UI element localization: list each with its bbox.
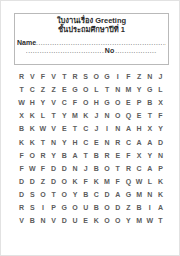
no-dotted-line-left: ........................................… — [26, 47, 104, 54]
grid-cell: D — [16, 188, 27, 201]
no-label: No — [104, 47, 115, 54]
grid-cell: F — [80, 175, 91, 188]
grid-cell: N — [144, 70, 155, 83]
grid-cell: O — [38, 188, 49, 201]
grid-cell: Q — [123, 109, 134, 122]
grid-cell: O — [59, 175, 70, 188]
grid-cell: M — [134, 214, 145, 227]
grid-cell: D — [27, 175, 38, 188]
grid-cell: Z — [134, 70, 145, 83]
grid-cell: F — [123, 70, 134, 83]
grid-cell: V — [48, 70, 59, 83]
grid-cell: F — [16, 162, 27, 175]
grid-cell: R — [102, 149, 113, 162]
grid-cell: F — [38, 70, 49, 83]
number-line: ........................................… — [17, 47, 166, 54]
grid-cell: N — [48, 135, 59, 148]
grid-cell: V — [48, 214, 59, 227]
grid-cell: W — [16, 96, 27, 109]
grid-cell: X — [155, 96, 166, 109]
grid-cell: O — [102, 201, 113, 214]
grid-cell: C — [59, 96, 70, 109]
grid-cell: F — [16, 149, 27, 162]
grid-cell: W — [27, 162, 38, 175]
grid-cell: O — [112, 214, 123, 227]
grid-cell: J — [91, 109, 102, 122]
grid-cell: N — [102, 135, 113, 148]
grid-cell: G — [102, 70, 113, 83]
grid-cell: Y — [155, 122, 166, 135]
grid-cell: T — [102, 83, 113, 96]
grid-cell: Q — [123, 175, 134, 188]
grid-cell: J — [80, 162, 91, 175]
grid-cell: O — [102, 214, 113, 227]
grid-cell: X — [16, 109, 27, 122]
grid-cell: C — [134, 162, 145, 175]
grid-cell: K — [91, 175, 102, 188]
grid-cell: U — [70, 214, 81, 227]
grid-cell: P — [48, 201, 59, 214]
grid-cell: O — [112, 109, 123, 122]
grid-cell: T — [80, 149, 91, 162]
grid-cell: R — [16, 201, 27, 214]
grid-cell: H — [70, 135, 81, 148]
grid-cell: A — [112, 188, 123, 201]
name-line: Name ...................................… — [17, 39, 166, 46]
grid-cell: D — [102, 188, 113, 201]
grid-cell: K — [27, 109, 38, 122]
grid-cell: O — [80, 83, 91, 96]
header-box: ใบงานเรื่อง Greeting ชั้นประถมศึกษาปีที่… — [14, 13, 169, 65]
grid-cell: L — [38, 109, 49, 122]
grid-cell: K — [27, 135, 38, 148]
grid-cell: H — [134, 122, 145, 135]
grid-cell: S — [27, 201, 38, 214]
grid-cell: E — [59, 122, 70, 135]
grid-cell: Y — [70, 188, 81, 201]
grid-cell: W — [144, 214, 155, 227]
grid-cell: V — [48, 122, 59, 135]
grid-cell: I — [144, 201, 155, 214]
grid-cell: C — [80, 135, 91, 148]
grid-cell: E — [112, 149, 123, 162]
grid-cell: T — [38, 135, 49, 148]
grid-cell: T — [16, 83, 27, 96]
grid-cell: B — [91, 149, 102, 162]
grid-cell: B — [59, 149, 70, 162]
grid-cell: G — [102, 96, 113, 109]
grid-cell: K — [27, 122, 38, 135]
grid-cell: N — [112, 83, 123, 96]
grid-cell: N — [102, 109, 113, 122]
grid-cell: B — [27, 214, 38, 227]
grid-cell: N — [112, 122, 123, 135]
grid-cell: N — [144, 188, 155, 201]
grid-cell: H — [27, 96, 38, 109]
grid-cell: E — [80, 214, 91, 227]
grid-cell: C — [91, 188, 102, 201]
grid-cell: S — [80, 70, 91, 83]
grid-cell: B — [91, 162, 102, 175]
grid-cell: Y — [59, 109, 70, 122]
worksheet-title-line2: ชั้นประถมศึกษาปีที่ 1 — [15, 25, 168, 34]
grid-cell: A — [144, 135, 155, 148]
grid-cell: P — [134, 96, 145, 109]
grid-cell: G — [70, 83, 81, 96]
grid-cell: V — [27, 70, 38, 83]
grid-cell: O — [27, 149, 38, 162]
grid-cell: E — [123, 96, 134, 109]
grid-cell: W — [134, 175, 145, 188]
grid-cell: D — [112, 201, 123, 214]
grid-cell: R — [112, 135, 123, 148]
grid-cell: Y — [59, 135, 70, 148]
grid-cell: T — [59, 70, 70, 83]
grid-cell: B — [91, 201, 102, 214]
worksheet-page: ใบงานเรื่อง Greeting ชั้นประถมศึกษาปีที่… — [0, 0, 180, 256]
grid-cell: O — [102, 162, 113, 175]
grid-cell: L — [91, 83, 102, 96]
grid-cell: Z — [123, 201, 134, 214]
grid-cell: R — [38, 149, 49, 162]
grid-cell: D — [59, 162, 70, 175]
grid-cell: O — [70, 201, 81, 214]
grid-cell: T — [112, 162, 123, 175]
grid-cell: O — [59, 188, 70, 201]
grid-cell: X — [134, 149, 145, 162]
grid-cell: E — [59, 83, 70, 96]
grid-cell: F — [155, 109, 166, 122]
grid-cell: E — [134, 109, 145, 122]
grid-cell: Y — [123, 214, 134, 227]
grid-cell: O — [91, 70, 102, 83]
name-label: Name — [17, 39, 36, 46]
grid-cell: K — [80, 109, 91, 122]
grid-cell: A — [155, 201, 166, 214]
grid-cell: D — [155, 135, 166, 148]
grid-cell: B — [144, 96, 155, 109]
grid-cell: D — [48, 175, 59, 188]
grid-cell: L — [144, 175, 155, 188]
grid-cell: H — [91, 96, 102, 109]
name-dotted-line: ........................................… — [36, 39, 166, 46]
grid-cell: G — [123, 188, 134, 201]
grid-cell: I — [112, 70, 123, 83]
grid-cell: V — [16, 214, 27, 227]
grid-cell: G — [59, 201, 70, 214]
grid-cell: M — [102, 175, 113, 188]
grid-cell: A — [70, 149, 81, 162]
grid-cell: P — [155, 162, 166, 175]
grid-cell: O — [112, 96, 123, 109]
grid-cell: W — [38, 122, 49, 135]
grid-cell: Z — [48, 83, 59, 96]
grid-cell: J — [91, 122, 102, 135]
grid-cell: R — [70, 70, 81, 83]
grid-cell: O — [80, 96, 91, 109]
grid-cell: L — [155, 83, 166, 96]
grid-cell: Y — [38, 96, 49, 109]
grid-cell: I — [102, 122, 113, 135]
grid-cell: R — [16, 70, 27, 83]
worksheet-title-line1: ใบงานเรื่อง Greeting — [15, 16, 168, 25]
grid-cell: F — [38, 162, 49, 175]
grid-cell: S — [27, 188, 38, 201]
grid-cell: D — [48, 162, 59, 175]
grid-cell: D — [59, 214, 70, 227]
grid-cell: B — [80, 188, 91, 201]
grid-cell: V — [48, 96, 59, 109]
grid-cell: J — [155, 70, 166, 83]
grid-cell: C — [80, 122, 91, 135]
no-dotted-line-right: ............................ — [115, 47, 157, 54]
grid-cell: M — [134, 188, 145, 201]
grid-cell: Z — [38, 175, 49, 188]
grid-cell: M — [70, 109, 81, 122]
grid-cell: N — [70, 162, 81, 175]
grid-cell: R — [123, 162, 134, 175]
grid-cell: F — [112, 175, 123, 188]
grid-cell: K — [16, 135, 27, 148]
grid-cell: N — [155, 149, 166, 162]
grid-cell: A — [123, 122, 134, 135]
grid-cell: Y — [134, 83, 145, 96]
grid-cell: A — [144, 162, 155, 175]
grid-cell: B — [16, 122, 27, 135]
grid-cell: N — [38, 214, 49, 227]
grid-cell: F — [70, 96, 81, 109]
grid-cell: K — [91, 214, 102, 227]
grid-cell: I — [38, 201, 49, 214]
grid-cell: C — [123, 135, 134, 148]
grid-cell: F — [123, 149, 134, 162]
grid-cell: T — [70, 122, 81, 135]
grid-cell: K — [155, 188, 166, 201]
grid-cell: A — [134, 135, 145, 148]
grid-cell: Y — [144, 149, 155, 162]
word-search-grid: RVFVTRSOGIFZNJTCZZEGOLTNMYGLWHYVCFOHGOEP… — [1, 70, 180, 227]
grid-cell: T — [155, 214, 166, 227]
grid-cell: Y — [48, 149, 59, 162]
grid-cell: U — [80, 201, 91, 214]
grid-cell: G — [144, 83, 155, 96]
grid-cell: E — [91, 135, 102, 148]
grid-cell: K — [70, 175, 81, 188]
grid-cell: C — [27, 83, 38, 96]
grid-cell: T — [48, 188, 59, 201]
grid-cell: M — [123, 83, 134, 96]
grid-cell: D — [16, 175, 27, 188]
grid-cell: T — [48, 109, 59, 122]
grid-cell: T — [144, 109, 155, 122]
grid-cell: X — [144, 122, 155, 135]
grid-cell: Z — [38, 83, 49, 96]
grid-cell: B — [134, 201, 145, 214]
grid-cell: K — [155, 175, 166, 188]
